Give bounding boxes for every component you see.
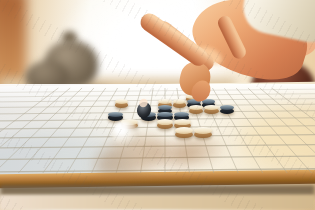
go-game-photo [0,0,315,210]
